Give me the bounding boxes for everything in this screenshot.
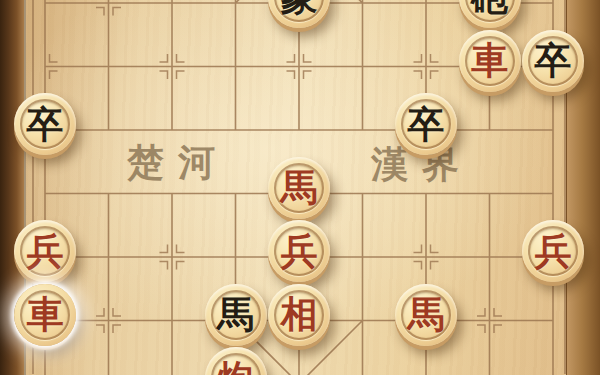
- piece-red-cannon[interactable]: 炮: [205, 347, 267, 375]
- piece-black-horse[interactable]: 馬: [205, 284, 267, 346]
- piece-black-soldier[interactable]: 卒: [14, 93, 76, 155]
- piece-character: 象: [268, 0, 330, 28]
- piece-character: 車: [14, 284, 76, 346]
- piece-character: 卒: [14, 93, 76, 155]
- piece-character: 砲: [459, 0, 521, 28]
- piece-red-soldier[interactable]: 兵: [14, 220, 76, 282]
- piece-black-elephant[interactable]: 象: [268, 0, 330, 28]
- piece-red-soldier[interactable]: 兵: [268, 220, 330, 282]
- piece-character: 卒: [395, 93, 457, 155]
- piece-black-cannon[interactable]: 砲: [459, 0, 521, 28]
- piece-character: 卒: [522, 30, 584, 92]
- piece-character: 炮: [205, 347, 267, 375]
- piece-character: 車: [459, 30, 521, 92]
- piece-character: 兵: [522, 220, 584, 282]
- piece-character: 馬: [205, 284, 267, 346]
- piece-black-soldier[interactable]: 卒: [395, 93, 457, 155]
- piece-red-chariot[interactable]: 車: [459, 30, 521, 92]
- piece-red-horse[interactable]: 馬: [395, 284, 457, 346]
- piece-red-horse[interactable]: 馬: [268, 157, 330, 219]
- piece-character: 馬: [268, 157, 330, 219]
- piece-character: 兵: [268, 220, 330, 282]
- piece-character: 馬: [395, 284, 457, 346]
- piece-character: 兵: [14, 220, 76, 282]
- xiangqi-board: 楚河 漢界 象砲車卒卒卒馬兵兵兵車馬相馬炮: [0, 0, 600, 375]
- piece-red-chariot[interactable]: 車: [14, 284, 76, 346]
- piece-black-soldier[interactable]: 卒: [522, 30, 584, 92]
- river-text-left: 楚河: [126, 140, 229, 184]
- piece-red-soldier[interactable]: 兵: [522, 220, 584, 282]
- piece-red-elephant[interactable]: 相: [268, 284, 330, 346]
- piece-character: 相: [268, 284, 330, 346]
